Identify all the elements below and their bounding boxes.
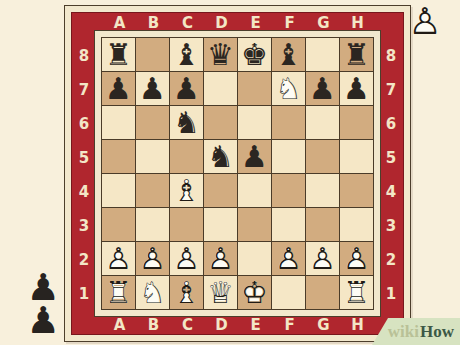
board-field: ♜♝♛♚♝♜♟♟♟♞♘♟♟♞♞♟♝♗♟♙♟♙♟♙♟♙♟♙♟♙♟♙♜♖♞♘♝♗♛♕…: [101, 37, 374, 310]
square-f6: [272, 106, 305, 139]
square-f4: [272, 174, 305, 207]
piece-white-queen: ♛♕: [204, 276, 237, 309]
rank-label-2-left: 2: [73, 243, 95, 276]
file-label-a-top: A: [103, 14, 136, 32]
rank-label-6-left: 6: [73, 107, 95, 140]
square-b5: [136, 140, 169, 173]
square-d4: [204, 174, 237, 207]
piece-black-pawn: ♟: [102, 72, 135, 105]
square-h6: [340, 106, 373, 139]
piece-white-bishop: ♝♗: [170, 174, 203, 207]
rank-label-4-right: 4: [380, 175, 402, 208]
square-g1: [306, 276, 339, 309]
file-label-c-bottom: C: [171, 316, 204, 334]
square-h1: ♜♖: [340, 276, 373, 309]
square-g5: [306, 140, 339, 173]
square-a5: [102, 140, 135, 173]
square-a3: [102, 208, 135, 241]
square-f3: [272, 208, 305, 241]
square-e6: [238, 106, 271, 139]
file-label-a-bottom: A: [103, 316, 136, 334]
piece-white-pawn: ♟♙: [340, 242, 373, 275]
file-label-h-bottom: H: [341, 316, 374, 334]
rank-label-5-left: 5: [73, 141, 95, 174]
square-c2: ♟♙: [170, 242, 203, 275]
file-labels-bottom: ABCDEFGH: [103, 316, 374, 333]
piece-black-knight: ♞: [170, 106, 203, 139]
piece-white-pawn: ♟♙: [204, 242, 237, 275]
rank-label-6-right: 6: [380, 107, 402, 140]
piece-black-pawn: ♟: [170, 72, 203, 105]
file-label-d-bottom: D: [205, 316, 238, 334]
square-d2: ♟♙: [204, 242, 237, 275]
rank-label-3-right: 3: [380, 209, 402, 242]
piece-white-king: ♚♔: [238, 276, 271, 309]
square-e3: [238, 208, 271, 241]
board-frame: ABCDEFGH ABCDEFGH 87654321 87654321 ♜♝♛♚…: [71, 12, 404, 335]
rank-label-8-left: 8: [73, 39, 95, 72]
square-f2: ♟♙: [272, 242, 305, 275]
file-label-e-top: E: [239, 14, 272, 32]
square-g2: ♟♙: [306, 242, 339, 275]
piece-black-pawn: ♟: [238, 140, 271, 173]
piece-black-bishop: ♝: [272, 38, 305, 71]
square-h3: [340, 208, 373, 241]
piece-black-bishop: ♝: [170, 38, 203, 71]
square-b3: [136, 208, 169, 241]
file-label-e-bottom: E: [239, 316, 272, 334]
square-e5: ♟: [238, 140, 271, 173]
square-h4: [340, 174, 373, 207]
square-b8: [136, 38, 169, 71]
file-label-g-top: G: [307, 14, 340, 32]
square-g6: [306, 106, 339, 139]
square-f8: ♝: [272, 38, 305, 71]
piece-white-pawn: ♟♙: [102, 242, 135, 275]
file-labels-top: ABCDEFGH: [103, 14, 374, 31]
piece-white-bishop: ♝♗: [170, 276, 203, 309]
rank-label-5-right: 5: [380, 141, 402, 174]
rank-labels-left: 87654321: [73, 39, 95, 310]
square-d7: [204, 72, 237, 105]
square-h8: ♜: [340, 38, 373, 71]
chess-board: ABCDEFGH ABCDEFGH 87654321 87654321 ♜♝♛♚…: [64, 5, 411, 342]
square-h2: ♟♙: [340, 242, 373, 275]
square-g3: [306, 208, 339, 241]
square-c1: ♝♗: [170, 276, 203, 309]
square-e4: [238, 174, 271, 207]
rank-label-7-left: 7: [73, 73, 95, 106]
square-e2: [238, 242, 271, 275]
square-b2: ♟♙: [136, 242, 169, 275]
square-g7: ♟: [306, 72, 339, 105]
square-f5: [272, 140, 305, 173]
square-f7: ♞♘: [272, 72, 305, 105]
square-a4: [102, 174, 135, 207]
square-h7: ♟: [340, 72, 373, 105]
captured-black-pawn-2: ♟: [22, 299, 64, 341]
rank-label-2-right: 2: [380, 243, 402, 276]
square-a8: ♜: [102, 38, 135, 71]
square-c8: ♝: [170, 38, 203, 71]
square-c5: [170, 140, 203, 173]
piece-white-pawn: ♟♙: [170, 242, 203, 275]
piece-black-pawn: ♟: [340, 72, 373, 105]
wikihow-badge-wiki-text: wiki: [388, 322, 419, 342]
square-a6: [102, 106, 135, 139]
square-e7: [238, 72, 271, 105]
piece-black-queen: ♛: [204, 38, 237, 71]
piece-white-rook: ♜♖: [340, 276, 373, 309]
square-b6: [136, 106, 169, 139]
square-b7: ♟: [136, 72, 169, 105]
piece-white-pawn: ♟♙: [306, 242, 339, 275]
square-d1: ♛♕: [204, 276, 237, 309]
piece-black-pawn: ♟: [306, 72, 339, 105]
square-g4: [306, 174, 339, 207]
file-label-g-bottom: G: [307, 316, 340, 334]
piece-black-rook: ♜: [340, 38, 373, 71]
rank-label-8-right: 8: [380, 39, 402, 72]
piece-black-king: ♚: [238, 38, 271, 71]
square-c6: ♞: [170, 106, 203, 139]
file-label-b-top: B: [137, 14, 170, 32]
rank-label-3-left: 3: [73, 209, 95, 242]
square-c7: ♟: [170, 72, 203, 105]
square-a2: ♟♙: [102, 242, 135, 275]
square-d8: ♛: [204, 38, 237, 71]
file-label-d-top: D: [205, 14, 238, 32]
chess-illustration: ABCDEFGH ABCDEFGH 87654321 87654321 ♜♝♛♚…: [0, 0, 460, 345]
file-label-c-top: C: [171, 14, 204, 32]
rank-label-7-right: 7: [380, 73, 402, 106]
square-c4: ♝♗: [170, 174, 203, 207]
piece-black-knight: ♞: [204, 140, 237, 173]
rank-label-4-left: 4: [73, 175, 95, 208]
captured-white-pawn: ♟♙: [404, 0, 446, 42]
piece-white-pawn: ♟♙: [272, 242, 305, 275]
square-a1: ♜♖: [102, 276, 135, 309]
wikihow-badge-how-text: How: [420, 322, 454, 342]
square-e1: ♚♔: [238, 276, 271, 309]
square-c3: [170, 208, 203, 241]
piece-white-knight: ♞♘: [272, 72, 305, 105]
square-d6: [204, 106, 237, 139]
piece-black-rook: ♜: [102, 38, 135, 71]
file-label-f-top: F: [273, 14, 306, 32]
square-g8: [306, 38, 339, 71]
piece-white-pawn: ♟♙: [136, 242, 169, 275]
piece-black-pawn: ♟: [136, 72, 169, 105]
square-e8: ♚: [238, 38, 271, 71]
square-d3: [204, 208, 237, 241]
rank-label-1-right: 1: [380, 277, 402, 310]
square-h5: [340, 140, 373, 173]
square-f1: [272, 276, 305, 309]
square-d5: ♞: [204, 140, 237, 173]
square-b4: [136, 174, 169, 207]
piece-white-rook: ♜♖: [102, 276, 135, 309]
piece-white-knight: ♞♘: [136, 276, 169, 309]
file-label-h-top: H: [341, 14, 374, 32]
file-label-f-bottom: F: [273, 316, 306, 334]
file-label-b-bottom: B: [137, 316, 170, 334]
square-b1: ♞♘: [136, 276, 169, 309]
rank-label-1-left: 1: [73, 277, 95, 310]
board-inner-bevel: ♜♝♛♚♝♜♟♟♟♞♘♟♟♞♞♟♝♗♟♙♟♙♟♙♟♙♟♙♟♙♟♙♜♖♞♘♝♗♛♕…: [94, 30, 381, 317]
square-a7: ♟: [102, 72, 135, 105]
rank-labels-right: 87654321: [380, 39, 402, 310]
